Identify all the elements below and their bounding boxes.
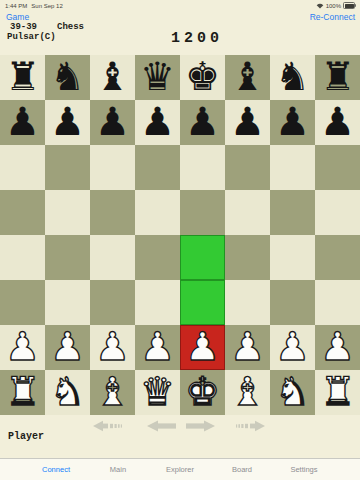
square-d8[interactable]: ♛ — [135, 55, 180, 100]
white-pawn: ♟ — [275, 325, 310, 369]
white-bishop: ♝ — [95, 370, 130, 414]
chess-board: ♜♞♝♛♚♝♞♜♟♟♟♟♟♟♟♟♟♟♟♟♟♟♟♟♜♞♝♛♚♝♞♜ — [0, 55, 360, 415]
square-h4[interactable] — [315, 235, 360, 280]
white-pawn: ♟ — [50, 325, 85, 369]
square-b4[interactable] — [45, 235, 90, 280]
square-g2[interactable]: ♟ — [270, 325, 315, 370]
square-a4[interactable] — [0, 235, 45, 280]
black-queen: ♛ — [140, 55, 175, 99]
square-d3[interactable] — [135, 280, 180, 325]
black-rook: ♜ — [5, 55, 40, 99]
square-a2[interactable]: ♟ — [0, 325, 45, 370]
square-c7[interactable]: ♟ — [90, 100, 135, 145]
square-h7[interactable]: ♟ — [315, 100, 360, 145]
white-pawn: ♟ — [5, 325, 40, 369]
black-pawn: ♟ — [185, 100, 220, 144]
white-bishop: ♝ — [230, 370, 265, 414]
white-pawn: ♟ — [95, 325, 130, 369]
square-g6[interactable] — [270, 145, 315, 190]
square-f5[interactable] — [225, 190, 270, 235]
square-d2[interactable]: ♟ — [135, 325, 180, 370]
square-c8[interactable]: ♝ — [90, 55, 135, 100]
square-a1[interactable]: ♜ — [0, 370, 45, 415]
reconnect-link[interactable]: Re-Connect — [310, 12, 355, 22]
square-d4[interactable] — [135, 235, 180, 280]
white-pawn: ♟ — [230, 325, 265, 369]
square-a8[interactable]: ♜ — [0, 55, 45, 100]
square-b8[interactable]: ♞ — [45, 55, 90, 100]
time-control: 39-39 — [10, 22, 37, 32]
square-c3[interactable] — [90, 280, 135, 325]
black-pawn: ♟ — [140, 100, 175, 144]
tab-explorer[interactable]: Explorer — [149, 465, 211, 474]
next-move-button[interactable] — [185, 420, 215, 432]
square-b3[interactable] — [45, 280, 90, 325]
square-f7[interactable]: ♟ — [225, 100, 270, 145]
square-g8[interactable]: ♞ — [270, 55, 315, 100]
square-d7[interactable]: ♟ — [135, 100, 180, 145]
square-b7[interactable]: ♟ — [45, 100, 90, 145]
square-f3[interactable] — [225, 280, 270, 325]
rating-value: 1200 — [34, 30, 360, 47]
square-b6[interactable] — [45, 145, 90, 190]
white-knight: ♞ — [275, 370, 310, 414]
square-h8[interactable]: ♜ — [315, 55, 360, 100]
square-a3[interactable] — [0, 280, 45, 325]
square-d6[interactable] — [135, 145, 180, 190]
black-king: ♚ — [185, 55, 220, 99]
player-name-label: Player — [8, 431, 44, 442]
game-menu-link[interactable]: Game — [6, 12, 29, 22]
black-pawn: ♟ — [275, 100, 310, 144]
black-pawn: ♟ — [320, 100, 355, 144]
black-pawn: ♟ — [230, 100, 265, 144]
white-rook: ♜ — [5, 370, 40, 414]
black-pawn: ♟ — [5, 100, 40, 144]
status-bar: 1:44 PMSun Sep 12 100% — [0, 0, 360, 11]
square-b1[interactable]: ♞ — [45, 370, 90, 415]
square-e1[interactable]: ♚ — [180, 370, 225, 415]
square-e4[interactable] — [180, 235, 225, 280]
white-knight: ♞ — [50, 370, 85, 414]
square-e2[interactable]: ♟ — [180, 325, 225, 370]
tab-bar: Connect Main Explorer Board Settings — [0, 458, 360, 480]
black-knight: ♞ — [50, 55, 85, 99]
square-d1[interactable]: ♛ — [135, 370, 180, 415]
square-e5[interactable] — [180, 190, 225, 235]
header: Game Re-Connect 39-39 Chess Pulsar(C) 12… — [0, 11, 360, 55]
square-h1[interactable]: ♜ — [315, 370, 360, 415]
square-f8[interactable]: ♝ — [225, 55, 270, 100]
square-e3[interactable] — [180, 280, 225, 325]
tab-board[interactable]: Board — [211, 465, 273, 474]
black-knight: ♞ — [275, 55, 310, 99]
square-g1[interactable]: ♞ — [270, 370, 315, 415]
square-f1[interactable]: ♝ — [225, 370, 270, 415]
square-c4[interactable] — [90, 235, 135, 280]
tab-settings[interactable]: Settings — [273, 465, 335, 474]
square-g3[interactable] — [270, 280, 315, 325]
square-a5[interactable] — [0, 190, 45, 235]
square-f6[interactable] — [225, 145, 270, 190]
square-c2[interactable]: ♟ — [90, 325, 135, 370]
date: Sun Sep 12 — [31, 3, 62, 9]
square-f4[interactable] — [225, 235, 270, 280]
skip-to-start-button[interactable] — [93, 420, 123, 432]
square-f2[interactable]: ♟ — [225, 325, 270, 370]
square-g5[interactable] — [270, 190, 315, 235]
battery-icon — [343, 2, 355, 9]
white-rook: ♜ — [320, 370, 355, 414]
black-pawn: ♟ — [50, 100, 85, 144]
white-queen: ♛ — [140, 370, 175, 414]
black-rook: ♜ — [320, 55, 355, 99]
square-a6[interactable] — [0, 145, 45, 190]
square-h2[interactable]: ♟ — [315, 325, 360, 370]
square-g4[interactable] — [270, 235, 315, 280]
square-h6[interactable] — [315, 145, 360, 190]
black-pawn: ♟ — [95, 100, 130, 144]
white-pawn: ♟ — [185, 325, 220, 369]
wifi-icon — [316, 3, 324, 9]
square-c6[interactable] — [90, 145, 135, 190]
square-a7[interactable]: ♟ — [0, 100, 45, 145]
clock: 1:44 PM — [5, 3, 27, 9]
white-pawn: ♟ — [140, 325, 175, 369]
square-e6[interactable] — [180, 145, 225, 190]
square-h3[interactable] — [315, 280, 360, 325]
skip-to-end-button[interactable] — [235, 420, 265, 432]
previous-move-button[interactable] — [147, 420, 177, 432]
square-c5[interactable] — [90, 190, 135, 235]
square-e8[interactable]: ♚ — [180, 55, 225, 100]
square-g7[interactable]: ♟ — [270, 100, 315, 145]
square-d5[interactable] — [135, 190, 180, 235]
square-c1[interactable]: ♝ — [90, 370, 135, 415]
white-pawn: ♟ — [320, 325, 355, 369]
battery-percent: 100% — [326, 3, 341, 9]
white-king: ♚ — [185, 370, 220, 414]
tab-connect[interactable]: Connect — [25, 465, 87, 474]
black-bishop: ♝ — [230, 55, 265, 99]
square-b5[interactable] — [45, 190, 90, 235]
square-h5[interactable] — [315, 190, 360, 235]
square-e7[interactable]: ♟ — [180, 100, 225, 145]
tab-main[interactable]: Main — [87, 465, 149, 474]
square-b2[interactable]: ♟ — [45, 325, 90, 370]
black-bishop: ♝ — [95, 55, 130, 99]
